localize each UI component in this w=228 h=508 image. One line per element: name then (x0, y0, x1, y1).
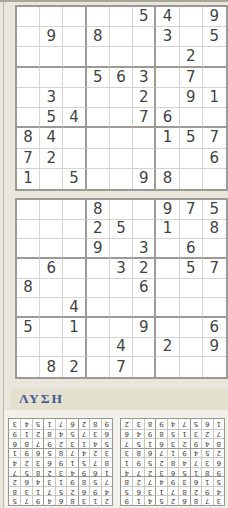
s1-cell-r3c7: 7 (144, 476, 155, 486)
p1-cell-r3c1 (17, 47, 40, 67)
p2-cell-r5c8 (180, 279, 203, 299)
s2-cell-r5c3: 5 (78, 457, 89, 467)
p1-cell-r1c5 (110, 7, 133, 27)
p1-cell-r6c7: 6 (156, 108, 179, 128)
p1-cell-r9c8 (180, 169, 203, 189)
s1-cell-r2c5: 7 (167, 486, 178, 496)
s2-cell-r7c2: 4 (89, 438, 100, 448)
s1-cell-r5c7: 5 (144, 457, 155, 467)
s2-cell-r7c8: 8 (20, 438, 31, 448)
p1-cell-r2c3 (63, 27, 86, 47)
p2-cell-r1c1 (17, 200, 40, 220)
s2-cell-r7c9: 6 (9, 438, 20, 448)
s1-cell-r3c3: 6 (190, 476, 201, 486)
p2-cell-r5c3 (63, 279, 86, 299)
s2-cell-r8c9: 9 (9, 429, 20, 439)
s2-cell-r1c3: 3 (78, 495, 89, 505)
p2-cell-r3c2 (40, 239, 63, 259)
p2-cell-r1c2 (40, 200, 63, 220)
s1-cell-r6c8: 8 (132, 448, 143, 458)
s1-cell-r9c1: 1 (213, 419, 224, 429)
s1-cell-r8c3: 3 (190, 429, 201, 439)
p1-cell-r1c4 (87, 7, 110, 27)
s2-cell-r2c2: 9 (89, 486, 100, 496)
p1-cell-r1c9: 9 (203, 7, 226, 27)
s1-cell-r5c9: 1 (121, 457, 132, 467)
s1-cell-r8c5: 5 (167, 429, 178, 439)
p1-cell-r1c2 (40, 7, 63, 27)
p2-cell-r4c2: 6 (40, 259, 63, 279)
p1-cell-r5c3 (63, 88, 86, 108)
p2-cell-r2c8 (180, 220, 203, 240)
p2-cell-r5c5 (110, 279, 133, 299)
p2-cell-r5c6: 6 (133, 279, 156, 299)
p1-cell-r7c4 (87, 128, 110, 148)
p2-cell-r2c1 (17, 220, 40, 240)
s2-cell-r8c5: 4 (55, 429, 66, 439)
s2-cell-r9c6: 1 (43, 419, 54, 429)
p1-cell-r9c1: 1 (17, 169, 40, 189)
s2-cell-r6c8: 9 (20, 448, 31, 458)
p2-cell-r1c9: 5 (203, 200, 226, 220)
p1-cell-r5c9: 1 (203, 88, 226, 108)
p1-cell-r6c6: 7 (133, 108, 156, 128)
s2-cell-r2c5: 5 (55, 486, 66, 496)
p1-cell-r8c1: 7 (17, 149, 40, 169)
p1-cell-r4c5: 6 (110, 68, 133, 88)
solution-heading-band: ΛΥΣΗ (10, 388, 228, 410)
s2-cell-r4c6: 2 (43, 467, 54, 477)
s1-cell-r5c5: 8 (167, 457, 178, 467)
s2-cell-r2c9: 8 (9, 486, 20, 496)
s1-cell-r3c8: 2 (132, 476, 143, 486)
s1-cell-r4c4: 5 (178, 467, 189, 477)
s1-cell-r9c2: 6 (201, 419, 212, 429)
p1-cell-r7c2: 4 (40, 128, 63, 148)
s2-cell-r2c8: 3 (20, 486, 31, 496)
s2-cell-r1c9: 5 (9, 495, 20, 505)
s1-cell-r6c3: 4 (190, 448, 201, 458)
p2-cell-r9c2: 8 (40, 357, 63, 377)
s1-cell-r6c2: 5 (201, 448, 212, 458)
p1-cell-r7c1: 8 (17, 128, 40, 148)
s1-cell-r4c9: 4 (121, 467, 132, 477)
s1-cell-r2c4: 8 (178, 486, 189, 496)
p1-cell-r7c8: 5 (180, 128, 203, 148)
s1-cell-r2c7: 3 (144, 486, 155, 496)
s1-cell-r1c5: 2 (167, 495, 178, 505)
p2-cell-r6c7 (156, 298, 179, 318)
p1-cell-r5c5 (110, 88, 133, 108)
p1-cell-r7c6 (133, 128, 156, 148)
s1-cell-r9c3: 5 (190, 419, 201, 429)
p1-cell-r6c8 (180, 108, 203, 128)
p1-cell-r3c9 (203, 47, 226, 67)
p1-cell-r2c2: 9 (40, 27, 63, 47)
s1-cell-r4c8: 7 (132, 467, 143, 477)
s1-cell-r1c8: 1 (132, 495, 143, 505)
magazine-page: 54998352563732915476841577261598 8975251… (0, 0, 228, 508)
p1-cell-r8c2: 2 (40, 149, 63, 169)
s2-cell-r4c2: 6 (89, 467, 100, 477)
p2-cell-r3c5 (110, 239, 133, 259)
p1-cell-r5c8: 9 (180, 88, 203, 108)
s1-cell-r7c7: 1 (144, 438, 155, 448)
p1-cell-r3c3 (63, 47, 86, 67)
p2-cell-r5c1: 8 (17, 279, 40, 299)
p1-cell-r3c7 (156, 47, 179, 67)
s2-cell-r4c8: 5 (20, 467, 31, 477)
s2-cell-r2c6: 7 (43, 486, 54, 496)
p1-cell-r1c3 (63, 7, 86, 27)
s1-cell-r8c4: 1 (178, 429, 189, 439)
p1-cell-r2c9: 5 (203, 27, 226, 47)
p1-cell-r1c6: 5 (133, 7, 156, 27)
p2-cell-r2c6 (133, 220, 156, 240)
p1-cell-r4c2 (40, 68, 63, 88)
p2-cell-r7c5 (110, 318, 133, 338)
s1-cell-r4c3: 1 (190, 467, 201, 477)
p1-cell-r1c1 (17, 7, 40, 27)
p1-cell-r4c6: 3 (133, 68, 156, 88)
p1-cell-r6c1 (17, 108, 40, 128)
s1-cell-r5c4: 4 (178, 457, 189, 467)
s1-cell-r5c2: 3 (201, 457, 212, 467)
p1-cell-r2c6 (133, 27, 156, 47)
p2-cell-r2c2 (40, 220, 63, 240)
s1-cell-r4c7: 2 (144, 467, 155, 477)
s2-cell-r3c1: 7 (101, 476, 112, 486)
s2-cell-r9c7: 5 (32, 419, 43, 429)
p2-cell-r8c1 (17, 338, 40, 358)
p2-cell-r4c8: 5 (180, 259, 203, 279)
s2-cell-r1c1: 2 (101, 495, 112, 505)
p2-cell-r7c4 (87, 318, 110, 338)
p1-cell-r3c4 (87, 47, 110, 67)
s1-cell-r3c2: 1 (201, 476, 212, 486)
p1-cell-r3c6 (133, 47, 156, 67)
top-divider (0, 0, 228, 2)
p2-cell-r8c4 (87, 338, 110, 358)
s2-cell-r4c9: 7 (9, 467, 20, 477)
s2-cell-r4c5: 3 (55, 467, 66, 477)
s1-cell-r7c3: 9 (190, 438, 201, 448)
p2-cell-r9c3: 2 (63, 357, 86, 377)
s2-cell-r6c6: 5 (43, 448, 54, 458)
p1-cell-r4c4: 5 (87, 68, 110, 88)
p2-cell-r7c1: 5 (17, 318, 40, 338)
p2-cell-r5c9 (203, 279, 226, 299)
p1-cell-r5c2: 3 (40, 88, 63, 108)
p2-cell-r4c3 (63, 259, 86, 279)
s1-cell-r7c9: 7 (121, 438, 132, 448)
s2-cell-r9c3: 2 (78, 419, 89, 429)
s2-cell-r3c4: 9 (66, 476, 77, 486)
s1-cell-r6c5: 1 (167, 448, 178, 458)
s1-cell-r9c4: 7 (178, 419, 189, 429)
p1-cell-r2c7: 3 (156, 27, 179, 47)
s1-cell-r1c3: 8 (190, 495, 201, 505)
p1-cell-r1c8 (180, 7, 203, 27)
s1-cell-r7c8: 5 (132, 438, 143, 448)
s2-cell-r1c7: 9 (32, 495, 43, 505)
p2-cell-r7c2 (40, 318, 63, 338)
solution-grid-puzzle-2: 2138649754962571387589134621694328578751… (8, 418, 113, 506)
s1-cell-r8c9: 6 (121, 429, 132, 439)
p2-cell-r2c3 (63, 220, 86, 240)
p2-cell-r2c9: 8 (203, 220, 226, 240)
p2-cell-r9c7 (156, 357, 179, 377)
p2-cell-r6c8 (180, 298, 203, 318)
p2-cell-r1c5 (110, 200, 133, 220)
s2-cell-r9c5: 7 (55, 419, 66, 429)
s2-cell-r1c8: 7 (20, 495, 31, 505)
p2-cell-r7c9: 6 (203, 318, 226, 338)
s1-cell-r2c6: 1 (155, 486, 166, 496)
p1-cell-r6c5 (110, 108, 133, 128)
s2-cell-r8c3: 7 (78, 429, 89, 439)
s1-cell-r4c6: 3 (155, 467, 166, 477)
s2-cell-r8c8: 1 (20, 429, 31, 439)
s1-cell-r5c6: 2 (155, 457, 166, 467)
s1-cell-r7c4: 2 (178, 438, 189, 448)
s1-cell-r2c3: 2 (190, 486, 201, 496)
s2-cell-r4c3: 9 (78, 467, 89, 477)
s2-cell-r5c4: 1 (66, 457, 77, 467)
p2-cell-r6c9 (203, 298, 226, 318)
s1-cell-r4c2: 8 (201, 467, 212, 477)
p2-cell-r4c5: 3 (110, 259, 133, 279)
p1-cell-r2c1 (17, 27, 40, 47)
p1-cell-r8c7 (156, 149, 179, 169)
p2-cell-r6c1 (17, 298, 40, 318)
s1-cell-r5c1: 6 (213, 457, 224, 467)
s1-cell-r2c2: 9 (201, 486, 212, 496)
p1-cell-r7c7: 1 (156, 128, 179, 148)
s1-cell-r8c8: 4 (132, 429, 143, 439)
s1-cell-r6c4: 9 (178, 448, 189, 458)
s2-cell-r7c3: 1 (78, 438, 89, 448)
s1-cell-r9c9: 2 (121, 419, 132, 429)
s1-cell-r5c8: 9 (132, 457, 143, 467)
p2-cell-r8c6 (133, 338, 156, 358)
p2-cell-r9c8 (180, 357, 203, 377)
p2-cell-r6c4 (87, 298, 110, 318)
s2-cell-r2c4: 2 (66, 486, 77, 496)
p2-cell-r3c1 (17, 239, 40, 259)
p1-cell-r6c2: 5 (40, 108, 63, 128)
s2-cell-r6c2: 2 (89, 448, 100, 458)
p1-cell-r3c8: 2 (180, 47, 203, 67)
p2-cell-r9c9 (203, 357, 226, 377)
p2-cell-r8c3 (63, 338, 86, 358)
s2-cell-r6c7: 6 (32, 448, 43, 458)
s2-cell-r2c7: 1 (32, 486, 43, 496)
p2-cell-r3c9 (203, 239, 226, 259)
solution-heading: ΛΥΣΗ (19, 391, 64, 407)
p2-cell-r2c5: 5 (110, 220, 133, 240)
s2-cell-r5c7: 3 (32, 457, 43, 467)
s1-cell-r6c9: 3 (121, 448, 132, 458)
s2-cell-r7c1: 5 (101, 438, 112, 448)
p2-cell-r9c6 (133, 357, 156, 377)
p1-cell-r9c3: 5 (63, 169, 86, 189)
p2-cell-r8c8 (180, 338, 203, 358)
s1-cell-r6c1: 2 (213, 448, 224, 458)
s1-cell-r1c4: 6 (178, 495, 189, 505)
s2-cell-r4c7: 8 (32, 467, 43, 477)
p2-cell-r3c3 (63, 239, 86, 259)
s2-cell-r1c5: 6 (55, 495, 66, 505)
p1-cell-r6c3: 4 (63, 108, 86, 128)
p2-cell-r1c6 (133, 200, 156, 220)
p1-cell-r5c4 (87, 88, 110, 108)
s2-cell-r3c9: 2 (9, 476, 20, 486)
s1-cell-r9c8: 3 (132, 419, 143, 429)
s2-cell-r6c5: 8 (55, 448, 66, 458)
p1-cell-r3c5 (110, 47, 133, 67)
s2-cell-r4c4: 4 (66, 467, 77, 477)
p1-cell-r9c5 (110, 169, 133, 189)
s2-cell-r6c1: 3 (101, 448, 112, 458)
p2-cell-r5c7 (156, 279, 179, 299)
s1-cell-r3c4: 3 (178, 476, 189, 486)
p1-cell-r9c4 (87, 169, 110, 189)
s2-cell-r7c5: 2 (55, 438, 66, 448)
p2-cell-r7c7 (156, 318, 179, 338)
s2-cell-r6c4: 7 (66, 448, 77, 458)
p2-cell-r7c6: 9 (133, 318, 156, 338)
s2-cell-r9c4: 6 (66, 419, 77, 429)
s2-cell-r1c2: 1 (89, 495, 100, 505)
p2-cell-r1c7: 9 (156, 200, 179, 220)
p1-cell-r1c7: 4 (156, 7, 179, 27)
p2-cell-r4c9: 7 (203, 259, 226, 279)
s1-cell-r3c5: 9 (167, 476, 178, 486)
p1-cell-r8c5 (110, 149, 133, 169)
p2-cell-r8c5: 4 (110, 338, 133, 358)
p1-cell-r9c6: 9 (133, 169, 156, 189)
p2-cell-r2c4: 2 (87, 220, 110, 240)
p2-cell-r5c2 (40, 279, 63, 299)
p1-cell-r2c4: 8 (87, 27, 110, 47)
s2-cell-r3c6: 3 (43, 476, 54, 486)
p2-cell-r3c6: 3 (133, 239, 156, 259)
s1-cell-r9c5: 4 (167, 419, 178, 429)
s2-cell-r5c2: 7 (89, 457, 100, 467)
p2-cell-r5c4 (87, 279, 110, 299)
p1-cell-r8c9: 6 (203, 149, 226, 169)
p2-cell-r6c3: 4 (63, 298, 86, 318)
p2-cell-r6c5 (110, 298, 133, 318)
s1-cell-r1c9: 9 (121, 495, 132, 505)
p1-cell-r4c8: 7 (180, 68, 203, 88)
p1-cell-r3c2 (40, 47, 63, 67)
p2-cell-r4c1 (17, 259, 40, 279)
s2-cell-r7c6: 9 (43, 438, 54, 448)
s2-cell-r8c6: 8 (43, 429, 54, 439)
s1-cell-r7c2: 4 (201, 438, 212, 448)
s2-cell-r8c2: 3 (89, 429, 100, 439)
p2-cell-r8c7: 2 (156, 338, 179, 358)
p2-cell-r4c7 (156, 259, 179, 279)
s2-cell-r7c7: 7 (32, 438, 43, 448)
s1-cell-r4c1: 9 (213, 467, 224, 477)
p1-cell-r5c7 (156, 88, 179, 108)
s2-cell-r3c5: 1 (55, 476, 66, 486)
p2-cell-r6c6 (133, 298, 156, 318)
s2-cell-r9c8: 4 (20, 419, 31, 429)
s1-cell-r5c3: 7 (190, 457, 201, 467)
sudoku-puzzle-2: 89752518936632578645196429827 (15, 198, 228, 379)
p2-cell-r9c4 (87, 357, 110, 377)
s2-cell-r3c3: 8 (78, 476, 89, 486)
s1-cell-r8c7: 9 (144, 429, 155, 439)
p2-cell-r3c8: 6 (180, 239, 203, 259)
p2-cell-r1c3 (63, 200, 86, 220)
s2-cell-r9c9: 3 (9, 419, 20, 429)
s1-cell-r9c6: 9 (155, 419, 166, 429)
p1-cell-r7c9: 7 (203, 128, 226, 148)
p2-cell-r6c2 (40, 298, 63, 318)
p1-cell-r8c8 (180, 149, 203, 169)
s2-cell-r1c6: 4 (43, 495, 54, 505)
s2-cell-r7c4: 3 (66, 438, 77, 448)
s1-cell-r9c7: 8 (144, 419, 155, 429)
p2-cell-r4c6: 2 (133, 259, 156, 279)
s2-cell-r9c1: 9 (101, 419, 112, 429)
s1-cell-r8c2: 2 (201, 429, 212, 439)
p2-cell-r8c2 (40, 338, 63, 358)
s2-cell-r5c1: 8 (101, 457, 112, 467)
s2-cell-r5c5: 9 (55, 457, 66, 467)
p2-cell-r9c5: 7 (110, 357, 133, 377)
s2-cell-r5c8: 2 (20, 457, 31, 467)
p1-cell-r2c8 (180, 27, 203, 47)
s2-cell-r6c3: 4 (78, 448, 89, 458)
s1-cell-r8c6: 8 (155, 429, 166, 439)
s1-cell-r3c6: 4 (155, 476, 166, 486)
p2-cell-r3c4: 9 (87, 239, 110, 259)
p1-cell-r4c7 (156, 68, 179, 88)
s1-cell-r2c8: 6 (132, 486, 143, 496)
p1-cell-r5c6: 2 (133, 88, 156, 108)
p1-cell-r5c1 (17, 88, 40, 108)
s2-cell-r9c2: 8 (89, 419, 100, 429)
p1-cell-r7c5 (110, 128, 133, 148)
s2-cell-r3c8: 6 (20, 476, 31, 486)
s1-cell-r6c6: 7 (155, 448, 166, 458)
s1-cell-r6c7: 6 (144, 448, 155, 458)
s2-cell-r4c1: 1 (101, 467, 112, 477)
s2-cell-r1c4: 8 (66, 495, 77, 505)
p2-cell-r1c4: 8 (87, 200, 110, 220)
p1-cell-r8c4 (87, 149, 110, 169)
s2-cell-r5c6: 6 (43, 457, 54, 467)
s1-cell-r1c7: 4 (144, 495, 155, 505)
s2-cell-r3c2: 5 (89, 476, 100, 486)
p1-cell-r4c3 (63, 68, 86, 88)
p1-cell-r9c7: 8 (156, 169, 179, 189)
p1-cell-r2c5 (110, 27, 133, 47)
s1-cell-r7c1: 8 (213, 438, 224, 448)
s1-cell-r1c6: 5 (155, 495, 166, 505)
p1-cell-r6c4 (87, 108, 110, 128)
p2-cell-r9c1 (17, 357, 40, 377)
s2-cell-r5c9: 4 (9, 457, 20, 467)
s2-cell-r8c4: 5 (66, 429, 77, 439)
s1-cell-r8c1: 7 (213, 429, 224, 439)
